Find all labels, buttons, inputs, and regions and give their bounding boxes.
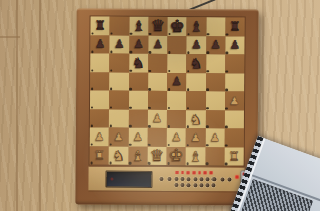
square-b7[interactable]: ♟ [110,35,129,54]
square-a7[interactable]: ♟ [90,35,109,54]
square-b5[interactable] [109,72,128,91]
square-a5[interactable] [90,72,109,91]
black-p-c7[interactable]: ♟ [133,39,143,51]
panel-button[interactable] [205,177,209,181]
button-group-left [159,177,171,181]
square-c7[interactable]: ♟ [129,35,148,54]
square-g3[interactable] [205,110,224,129]
indicator-led [187,171,190,174]
square-b3[interactable] [109,109,128,128]
black-p-g7[interactable]: ♟ [210,39,220,51]
indicator-led [210,171,213,174]
white-p-b2[interactable]: ♟ [113,131,123,143]
panel-button[interactable] [187,177,191,181]
panel-button[interactable] [205,183,209,187]
white-p-f2[interactable]: ♟ [190,132,200,144]
square-g6[interactable] [206,54,225,73]
panel-button[interactable] [212,177,216,181]
black-p-h7[interactable]: ♟ [230,39,240,51]
black-p-e5[interactable]: ♟ [172,76,182,88]
floor-plank-seam [0,36,20,38]
panel-button[interactable] [167,177,171,181]
square-e3[interactable] [167,109,186,128]
square-f2[interactable]: ♟ [186,128,205,147]
black-p-a7[interactable]: ♟ [95,38,105,50]
square-c3[interactable] [128,109,147,128]
black-n-c6[interactable]: ♞ [132,56,145,70]
square-f8[interactable]: ♝ [187,17,206,36]
power-led [236,175,239,178]
square-h7[interactable]: ♟ [225,36,244,55]
chess-computer-board: ♜♝♛♚♝♜♟♟♟♟♟♟♟♞♞♟♟♟♞♟♟♟♟♟♟♜♞♝♛♚♝♜ F [75,8,258,205]
white-p-d3[interactable]: ♟ [152,113,162,125]
white-q-d1[interactable]: ♛ [150,148,164,164]
square-a4[interactable] [90,90,109,109]
square-g4[interactable] [205,91,224,110]
square-d2[interactable] [147,128,166,147]
square-b1[interactable]: ♞ [109,146,128,165]
white-r-h1[interactable]: ♜ [228,150,239,163]
square-d7[interactable]: ♟ [148,35,167,54]
square-b8[interactable] [110,17,129,36]
square-c8[interactable]: ♝ [129,17,148,36]
square-c6[interactable]: ♞ [129,54,148,73]
sensor-dot [206,162,209,165]
button-row-2 [174,183,215,187]
square-f3[interactable]: ♞ [186,110,205,129]
indicator-led [198,171,201,174]
panel-button[interactable] [220,177,224,181]
square-d1[interactable]: ♛ [147,146,166,165]
control-panel: F [88,165,244,192]
indicator-led [204,171,207,174]
square-h8[interactable]: ♜ [225,17,244,36]
square-a1[interactable]: ♜ [90,146,109,165]
white-p-g2[interactable]: ♟ [210,132,220,144]
white-n-f3[interactable]: ♞ [189,112,202,126]
white-p-c2[interactable]: ♟ [133,131,143,143]
white-p-h4[interactable]: ♟ [229,95,239,107]
indicator-led-row [176,171,213,174]
square-a3[interactable] [90,109,109,128]
square-e6[interactable] [167,54,186,73]
square-h1[interactable]: ♜ [224,147,243,166]
black-b-f8[interactable]: ♝ [190,19,203,33]
floor-plank-seam [39,0,41,211]
black-p-d7[interactable]: ♟ [153,39,163,51]
panel-button[interactable] [159,177,163,181]
square-d4[interactable] [148,91,167,110]
button-group-right [212,177,231,181]
white-b-c1[interactable]: ♝ [131,149,144,163]
indicator-led [176,171,179,174]
floor-plank-seam [262,0,264,140]
square-e5[interactable]: ♟ [167,73,186,92]
panel-button[interactable] [212,183,216,187]
square-d8[interactable]: ♛ [148,17,167,36]
square-g7[interactable]: ♟ [206,36,225,55]
black-k-e8[interactable]: ♚ [170,18,185,35]
panel-button[interactable] [187,183,191,187]
floor-plank-seam [16,0,18,211]
square-b2[interactable]: ♟ [109,128,128,147]
square-g5[interactable] [206,73,225,92]
white-b-f1[interactable]: ♝ [189,149,202,163]
square-f6[interactable]: ♞ [186,54,205,73]
square-c1[interactable]: ♝ [128,146,147,165]
led-display [105,171,152,188]
square-f7[interactable]: ♟ [187,36,206,55]
square-h2[interactable] [224,128,243,147]
square-h6[interactable] [225,54,244,73]
square-f5[interactable] [186,73,205,92]
panel-button[interactable] [199,177,203,181]
square-e4[interactable] [167,91,186,110]
square-h5[interactable] [225,73,244,92]
square-e1[interactable]: ♚ [167,146,186,165]
black-r-h8[interactable]: ♜ [229,20,240,33]
panel-button[interactable] [193,183,197,187]
white-n-b1[interactable]: ♞ [112,148,125,162]
square-d3[interactable]: ♟ [148,109,167,128]
indicator-led [181,171,184,174]
square-a6[interactable] [90,53,109,72]
button-row-1 [174,177,215,181]
square-c2[interactable]: ♟ [128,128,147,147]
square-a2[interactable]: ♟ [90,127,109,146]
black-q-d8[interactable]: ♛ [151,18,165,34]
sensor-dot [90,161,93,164]
panel-button[interactable] [227,177,231,181]
black-p-b7[interactable]: ♟ [114,39,124,51]
panel-button[interactable] [174,183,178,187]
sensor-dot [225,162,228,165]
panel-button[interactable] [193,177,197,181]
indicator-led [193,171,196,174]
panel-button[interactable] [174,177,178,181]
white-p-a2[interactable]: ♟ [94,131,104,143]
square-b6[interactable] [109,54,128,73]
square-a8[interactable]: ♜ [91,16,110,35]
black-b-c8[interactable]: ♝ [132,19,145,33]
black-p-f7[interactable]: ♟ [191,39,201,51]
panel-button[interactable] [181,177,185,181]
white-k-e1[interactable]: ♚ [169,147,184,164]
black-r-a8[interactable]: ♜ [95,19,106,32]
square-g1[interactable] [205,147,224,166]
square-e2[interactable]: ♟ [167,128,186,147]
white-p-e2[interactable]: ♟ [171,132,181,144]
board-grid: ♜♝♛♚♝♜♟♟♟♟♟♟♟♞♞♟♟♟♞♟♟♟♟♟♟♜♞♝♛♚♝♜ [89,15,246,166]
square-g2[interactable]: ♟ [205,128,224,147]
square-c4[interactable] [128,91,147,110]
square-f4[interactable] [186,91,205,110]
display-glimmer [110,178,113,181]
square-e7[interactable] [167,36,186,55]
square-e8[interactable]: ♚ [167,17,186,36]
square-h4[interactable]: ♟ [225,91,244,110]
panel-button[interactable] [199,183,203,187]
square-b4[interactable] [109,91,128,110]
black-n-f6[interactable]: ♞ [190,56,203,70]
square-c5[interactable] [129,72,148,91]
square-d6[interactable] [148,54,167,73]
photo-scene: ♜♝♛♚♝♜♟♟♟♟♟♟♟♞♞♟♟♟♞♟♟♟♟♟♟♜♞♝♛♚♝♜ F [0,0,320,211]
white-r-a1[interactable]: ♜ [94,149,105,162]
square-d5[interactable] [148,72,167,91]
square-f1[interactable]: ♝ [186,147,205,166]
square-h3[interactable] [225,110,244,129]
square-g8[interactable] [206,17,225,36]
panel-button[interactable] [181,183,185,187]
